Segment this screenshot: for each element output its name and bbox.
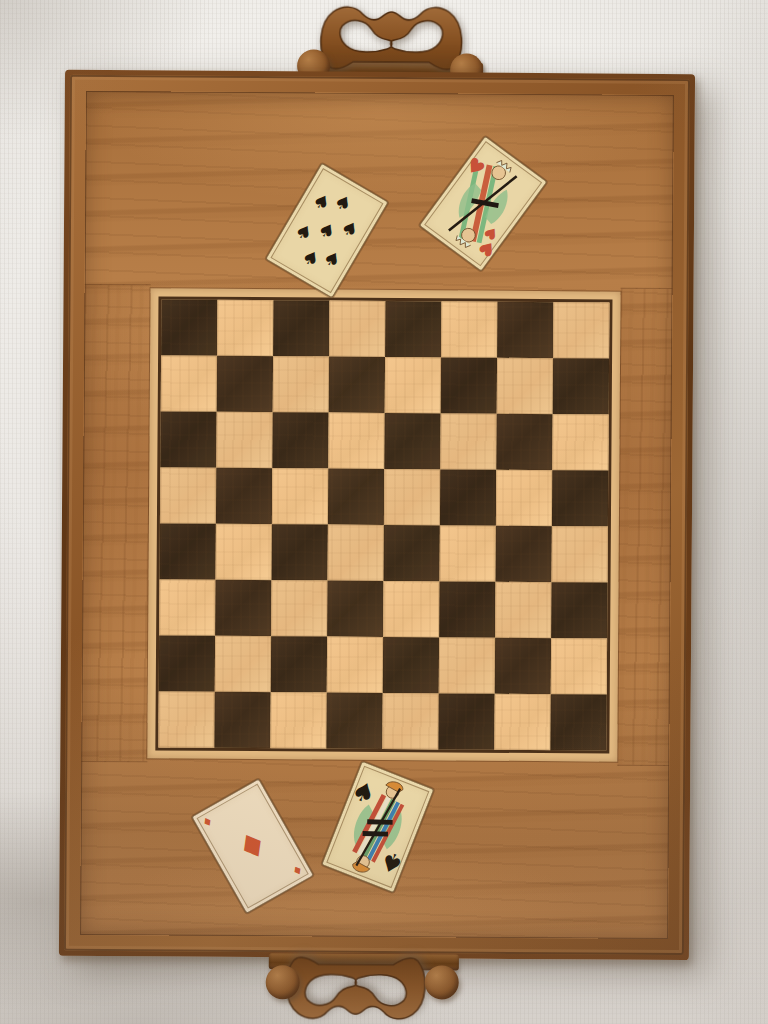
square-e4[interactable] (384, 525, 440, 581)
square-d3[interactable] (327, 581, 383, 637)
square-e8[interactable] (385, 301, 441, 357)
square-a1[interactable] (158, 691, 214, 747)
square-c1[interactable] (270, 692, 326, 748)
square-e7[interactable] (385, 357, 441, 413)
pip-diamonds: ♦ (200, 814, 215, 830)
square-a4[interactable] (160, 523, 216, 579)
square-g2[interactable] (495, 638, 551, 694)
pip-spades: ♠ (299, 246, 323, 271)
square-d5[interactable] (328, 469, 384, 525)
card-court-spades: ♠♠ (321, 761, 434, 894)
square-g7[interactable] (497, 358, 553, 414)
board-grid (158, 299, 609, 750)
square-c5[interactable] (272, 468, 328, 524)
pip-diamonds: ♦ (231, 824, 274, 869)
square-c2[interactable] (271, 636, 327, 692)
square-b6[interactable] (216, 412, 272, 468)
square-c8[interactable] (273, 300, 329, 356)
pip-spades: ♠ (331, 191, 355, 216)
square-a2[interactable] (159, 635, 215, 691)
square-d7[interactable] (329, 357, 385, 413)
square-b1[interactable] (214, 692, 270, 748)
square-g5[interactable] (496, 470, 552, 526)
square-g4[interactable] (496, 526, 552, 582)
square-g1[interactable] (494, 694, 550, 750)
square-e5[interactable] (384, 469, 440, 525)
card-seven-of-spades: ♠♠♠♠♠♠♠ (265, 163, 389, 299)
square-c7[interactable] (273, 356, 329, 412)
square-b5[interactable] (216, 468, 272, 524)
bottom-right-knob (425, 965, 459, 999)
top-handle (315, 2, 467, 71)
square-e1[interactable] (382, 693, 438, 749)
square-f3[interactable] (439, 581, 495, 637)
bottom-left-knob (266, 965, 300, 999)
card-court-hearts: ♥♥♥ (419, 135, 548, 271)
square-h3[interactable] (551, 582, 607, 638)
square-g8[interactable] (497, 302, 553, 358)
square-g3[interactable] (495, 582, 551, 638)
square-b8[interactable] (217, 300, 273, 356)
square-a3[interactable] (159, 579, 215, 635)
wooden-tray: ♠♠♠♠♠♠♠ (59, 70, 695, 960)
square-e3[interactable] (383, 581, 439, 637)
square-c6[interactable] (272, 412, 328, 468)
square-h1[interactable] (550, 694, 606, 750)
square-b3[interactable] (215, 580, 271, 636)
square-f4[interactable] (440, 525, 496, 581)
pip-spades: ♠ (338, 216, 362, 241)
square-f8[interactable] (441, 301, 497, 357)
square-d2[interactable] (327, 637, 383, 693)
square-h4[interactable] (552, 526, 608, 582)
square-a6[interactable] (160, 411, 216, 467)
bottom-handle (280, 959, 430, 1024)
pip-spades: ♠ (315, 218, 339, 243)
board-border-line (155, 296, 612, 753)
square-e2[interactable] (383, 637, 439, 693)
square-h2[interactable] (551, 638, 607, 694)
scroll-handle-icon (280, 956, 430, 1024)
square-d6[interactable] (328, 413, 384, 469)
card-ace-of-diamonds: ♦♦♦ (191, 778, 314, 914)
square-g6[interactable] (496, 414, 552, 470)
square-f1[interactable] (438, 693, 494, 749)
square-b2[interactable] (215, 636, 271, 692)
square-a8[interactable] (161, 299, 217, 355)
square-d1[interactable] (326, 693, 382, 749)
tray-frame-molding: ♠♠♠♠♠♠♠ (64, 75, 690, 955)
checkerboard (147, 288, 620, 761)
square-h7[interactable] (553, 358, 609, 414)
square-c3[interactable] (271, 580, 327, 636)
square-e6[interactable] (384, 413, 440, 469)
pip-diamonds: ♦ (290, 862, 305, 878)
left-grain-panel (81, 284, 150, 762)
square-c4[interactable] (272, 524, 328, 580)
square-d8[interactable] (329, 301, 385, 357)
square-a7[interactable] (161, 355, 217, 411)
photo-scene: ♠♠♠♠♠♠♠ (0, 0, 768, 1024)
square-h6[interactable] (552, 414, 608, 470)
tray-wood-field: ♠♠♠♠♠♠♠ (80, 91, 674, 939)
square-f5[interactable] (440, 469, 496, 525)
square-b7[interactable] (217, 356, 273, 412)
square-h5[interactable] (552, 470, 608, 526)
scroll-handle-icon (315, 2, 467, 71)
square-f6[interactable] (440, 413, 496, 469)
pip-spades: ♠ (310, 189, 334, 214)
right-grain-panel (617, 288, 672, 766)
square-d4[interactable] (328, 525, 384, 581)
square-f7[interactable] (441, 357, 497, 413)
pip-spades: ♠ (292, 220, 316, 245)
pip-spades: ♠ (320, 247, 344, 272)
square-h8[interactable] (553, 302, 609, 358)
square-a5[interactable] (160, 467, 216, 523)
square-b4[interactable] (216, 524, 272, 580)
square-f2[interactable] (439, 637, 495, 693)
